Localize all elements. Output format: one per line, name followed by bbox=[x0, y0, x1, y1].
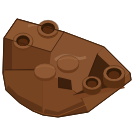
brick-render bbox=[0, 0, 135, 135]
stud-hole-floor bbox=[108, 71, 119, 79]
stud-hole-floor bbox=[87, 81, 96, 88]
hollow-stud-box-front bbox=[13, 33, 33, 51]
lego-part-image bbox=[0, 0, 135, 135]
hollow-stud-tray-back bbox=[103, 66, 125, 89]
solid-stud-front bbox=[34, 63, 56, 81]
hollow-stud-tray-front bbox=[83, 76, 102, 95]
box-front-left-shade bbox=[4, 38, 12, 70]
solid-stud-back bbox=[57, 55, 79, 73]
